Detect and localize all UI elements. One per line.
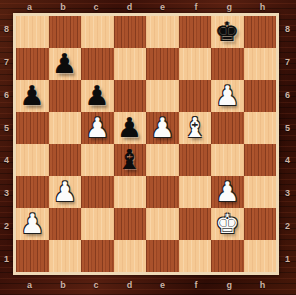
- square-b5[interactable]: [49, 112, 82, 144]
- coordinate-label-4: 4: [279, 144, 296, 177]
- square-a3[interactable]: [16, 176, 49, 208]
- coordinate-label-2: 2: [0, 210, 13, 243]
- square-a5[interactable]: [16, 112, 49, 144]
- file-labels-top: abcdefgh: [13, 0, 279, 13]
- coordinate-label-7: 7: [0, 46, 13, 79]
- coordinate-label-d: d: [113, 275, 146, 295]
- square-a8[interactable]: [16, 16, 49, 48]
- square-e5[interactable]: ♟: [146, 112, 179, 144]
- square-b6[interactable]: [49, 80, 82, 112]
- coordinate-label-4: 4: [0, 144, 13, 177]
- piece-black-bishop[interactable]: ♝: [118, 146, 142, 173]
- square-a4[interactable]: [16, 144, 49, 176]
- coordinate-label-6: 6: [279, 79, 296, 112]
- square-a7[interactable]: [16, 48, 49, 80]
- square-b2[interactable]: [49, 208, 82, 240]
- square-g5[interactable]: [211, 112, 244, 144]
- piece-white-bishop[interactable]: ♝: [183, 114, 207, 141]
- square-f2[interactable]: [179, 208, 212, 240]
- piece-white-king[interactable]: ♚: [215, 210, 239, 237]
- square-h1[interactable]: [244, 240, 277, 272]
- square-e6[interactable]: [146, 80, 179, 112]
- square-f8[interactable]: [179, 16, 212, 48]
- square-g3[interactable]: ♟: [211, 176, 244, 208]
- coordinate-label-2: 2: [279, 210, 296, 243]
- square-a2[interactable]: ♟: [16, 208, 49, 240]
- square-b7[interactable]: ♟: [49, 48, 82, 80]
- square-c3[interactable]: [81, 176, 114, 208]
- square-d6[interactable]: [114, 80, 147, 112]
- coordinate-label-c: c: [80, 275, 113, 295]
- square-f4[interactable]: [179, 144, 212, 176]
- coordinate-label-h: h: [246, 275, 279, 295]
- square-b1[interactable]: [49, 240, 82, 272]
- piece-white-pawn[interactable]: ♟: [53, 178, 77, 205]
- coordinate-label-8: 8: [0, 13, 13, 46]
- square-e8[interactable]: [146, 16, 179, 48]
- coordinate-label-a: a: [13, 275, 46, 295]
- coordinate-label-e: e: [146, 0, 179, 13]
- square-d3[interactable]: [114, 176, 147, 208]
- square-c7[interactable]: [81, 48, 114, 80]
- piece-white-pawn[interactable]: ♟: [150, 114, 174, 141]
- coordinate-label-h: h: [246, 0, 279, 13]
- square-h4[interactable]: [244, 144, 277, 176]
- coordinate-label-c: c: [80, 0, 113, 13]
- coordinate-label-d: d: [113, 0, 146, 13]
- square-f6[interactable]: [179, 80, 212, 112]
- square-a1[interactable]: [16, 240, 49, 272]
- square-d4[interactable]: ♝: [114, 144, 147, 176]
- piece-white-pawn[interactable]: ♟: [20, 210, 44, 237]
- square-h7[interactable]: [244, 48, 277, 80]
- coordinate-label-5: 5: [279, 111, 296, 144]
- piece-black-pawn[interactable]: ♟: [20, 82, 44, 109]
- chess-board-frame: abcdefgh abcdefgh 87654321 87654321 ♚♟♟♟…: [0, 0, 296, 295]
- coordinate-label-6: 6: [0, 79, 13, 112]
- square-g8[interactable]: ♚: [211, 16, 244, 48]
- coordinate-label-b: b: [46, 275, 79, 295]
- coordinate-label-3: 3: [279, 177, 296, 210]
- square-c8[interactable]: [81, 16, 114, 48]
- file-labels-bottom: abcdefgh: [13, 275, 279, 295]
- piece-white-pawn[interactable]: ♟: [215, 82, 239, 109]
- piece-white-pawn[interactable]: ♟: [215, 178, 239, 205]
- square-e7[interactable]: [146, 48, 179, 80]
- square-g7[interactable]: [211, 48, 244, 80]
- square-c2[interactable]: [81, 208, 114, 240]
- coordinate-label-f: f: [179, 275, 212, 295]
- coordinate-label-7: 7: [279, 46, 296, 79]
- rank-labels-left: 87654321: [0, 13, 13, 275]
- coordinate-label-f: f: [179, 0, 212, 13]
- coordinate-label-e: e: [146, 275, 179, 295]
- square-g4[interactable]: [211, 144, 244, 176]
- square-b8[interactable]: [49, 16, 82, 48]
- square-g1[interactable]: [211, 240, 244, 272]
- square-d2[interactable]: [114, 208, 147, 240]
- square-d7[interactable]: [114, 48, 147, 80]
- coordinate-label-1: 1: [0, 242, 13, 275]
- square-h3[interactable]: [244, 176, 277, 208]
- square-d5[interactable]: ♟: [114, 112, 147, 144]
- square-c6[interactable]: ♟: [81, 80, 114, 112]
- square-f5[interactable]: ♝: [179, 112, 212, 144]
- square-e1[interactable]: [146, 240, 179, 272]
- square-f7[interactable]: [179, 48, 212, 80]
- square-f3[interactable]: [179, 176, 212, 208]
- rank-labels-right: 87654321: [279, 13, 296, 275]
- chess-board[interactable]: ♚♟♟♟♟♟♟♟♝♝♟♟♟♚: [13, 13, 279, 275]
- coordinate-label-1: 1: [279, 242, 296, 275]
- piece-white-pawn[interactable]: ♟: [85, 114, 109, 141]
- coordinate-label-b: b: [46, 0, 79, 13]
- piece-black-pawn[interactable]: ♟: [118, 114, 142, 141]
- square-e2[interactable]: [146, 208, 179, 240]
- piece-black-pawn[interactable]: ♟: [53, 50, 77, 77]
- square-d1[interactable]: [114, 240, 147, 272]
- square-f1[interactable]: [179, 240, 212, 272]
- square-d8[interactable]: [114, 16, 147, 48]
- square-b4[interactable]: [49, 144, 82, 176]
- square-c1[interactable]: [81, 240, 114, 272]
- square-c4[interactable]: [81, 144, 114, 176]
- coordinate-label-3: 3: [0, 177, 13, 210]
- square-e4[interactable]: [146, 144, 179, 176]
- coordinate-label-a: a: [13, 0, 46, 13]
- square-a6[interactable]: ♟: [16, 80, 49, 112]
- square-h6[interactable]: [244, 80, 277, 112]
- piece-black-king[interactable]: ♚: [215, 18, 239, 45]
- coordinate-label-5: 5: [0, 111, 13, 144]
- coordinate-label-g: g: [213, 0, 246, 13]
- piece-black-pawn[interactable]: ♟: [85, 82, 109, 109]
- square-g2[interactable]: ♚: [211, 208, 244, 240]
- square-b3[interactable]: ♟: [49, 176, 82, 208]
- square-h2[interactable]: [244, 208, 277, 240]
- square-h8[interactable]: [244, 16, 277, 48]
- square-g6[interactable]: ♟: [211, 80, 244, 112]
- square-c5[interactable]: ♟: [81, 112, 114, 144]
- coordinate-label-g: g: [213, 275, 246, 295]
- coordinate-label-8: 8: [279, 13, 296, 46]
- square-h5[interactable]: [244, 112, 277, 144]
- square-e3[interactable]: [146, 176, 179, 208]
